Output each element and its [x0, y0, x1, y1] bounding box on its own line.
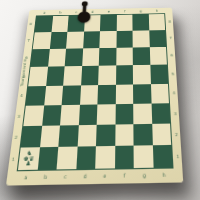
board-cell-g7[interactable]: [133, 31, 150, 48]
file-label: b: [35, 172, 56, 182]
table-background: abcdefgh abcdefgh 87654321 87654321 Tour…: [0, 0, 200, 200]
logo-glyph-row: ♟: [25, 161, 31, 166]
rank-label: 3: [172, 103, 179, 124]
board-cell-h7[interactable]: [149, 30, 166, 47]
board-cell-e7[interactable]: [99, 31, 116, 48]
file-label: a: [15, 173, 36, 183]
board-cell-c2[interactable]: [58, 125, 78, 147]
board-cell-h6[interactable]: [149, 47, 167, 65]
board-cell-g5[interactable]: [133, 65, 151, 84]
board-cell-f7[interactable]: [116, 31, 133, 48]
file-label: c: [55, 172, 75, 182]
board-cell-f8[interactable]: [116, 15, 132, 31]
board-cell-e6[interactable]: [99, 48, 116, 66]
board-cell-e4[interactable]: [97, 84, 115, 104]
rank-label: 6: [168, 47, 175, 65]
rank-label: 7: [167, 29, 174, 46]
board-cell-b4[interactable]: [44, 85, 63, 105]
board-cell-g3[interactable]: [133, 103, 152, 124]
board-cell-c6[interactable]: [65, 49, 83, 67]
board-cell-g1[interactable]: [134, 145, 154, 168]
maker-logo-icon: ♞♚♛♟: [18, 147, 40, 170]
file-label: h: [154, 170, 174, 180]
board-cell-g8[interactable]: [132, 14, 148, 30]
board-cell-c7[interactable]: [66, 32, 84, 49]
board-cell-c3[interactable]: [60, 104, 79, 125]
board-cell-e2[interactable]: [96, 124, 115, 146]
board-cell-b5[interactable]: [46, 67, 65, 86]
board-cell-e3[interactable]: [97, 104, 116, 125]
chess-mat-wrapper: abcdefgh abcdefgh 87654321 87654321 Tour…: [16, 0, 180, 179]
file-labels-bottom: abcdefgh: [15, 170, 174, 182]
board-cell-b1[interactable]: [37, 147, 58, 170]
board-cell-c5[interactable]: [63, 66, 82, 85]
file-label: g: [134, 171, 154, 181]
board-cell-b7[interactable]: [49, 32, 67, 49]
board-cell-f2[interactable]: [115, 124, 134, 146]
board-cell-d7[interactable]: [83, 31, 100, 48]
board-cell-h8[interactable]: [148, 14, 165, 30]
file-label: f: [115, 171, 135, 181]
board-cell-d3[interactable]: [78, 104, 97, 125]
board-cell-c4[interactable]: [62, 85, 81, 105]
file-label: e: [95, 171, 115, 181]
board-cell-h2[interactable]: [152, 123, 171, 145]
board-cell-a4[interactable]: [26, 86, 46, 106]
board-cell-h3[interactable]: [151, 103, 170, 124]
chess-mat: abcdefgh abcdefgh 87654321 87654321 Tour…: [6, 8, 183, 186]
file-label: d: [75, 172, 95, 182]
board-cell-f6[interactable]: [116, 48, 133, 66]
board-cell-b6[interactable]: [48, 49, 66, 67]
pawn-icon: [77, 0, 91, 25]
board-cell-a5[interactable]: [28, 67, 47, 86]
board-cell-d5[interactable]: [81, 66, 99, 85]
board-cell-d4[interactable]: [80, 85, 99, 105]
board-cell-g4[interactable]: [133, 84, 151, 104]
board-cell-h5[interactable]: [150, 65, 168, 84]
board-cell-d1[interactable]: [76, 146, 96, 169]
board-cell-f3[interactable]: [115, 103, 133, 124]
rank-label: 4: [170, 83, 177, 103]
rank-label: 1: [174, 145, 182, 168]
board-cell-h1[interactable]: [152, 145, 172, 168]
black-pawn[interactable]: [77, 0, 91, 25]
board-cell-g6[interactable]: [133, 47, 150, 65]
board-cell-e5[interactable]: [98, 66, 116, 85]
board-cell-g2[interactable]: [133, 124, 152, 146]
board-cell-a7[interactable]: [33, 32, 51, 49]
board-cell-a3[interactable]: [23, 105, 43, 126]
board-cell-f4[interactable]: [115, 84, 133, 104]
board-cell-a6[interactable]: [31, 49, 50, 67]
board-cell-h4[interactable]: [150, 83, 168, 103]
board-cell-a1[interactable]: ♞♚♛♟: [18, 147, 40, 170]
rank-label: 2: [173, 124, 181, 146]
board-cell-d2[interactable]: [77, 125, 97, 147]
board-cell-b2[interactable]: [40, 125, 61, 147]
board-cell-d6[interactable]: [82, 48, 100, 66]
board-cell-f5[interactable]: [116, 65, 133, 84]
board-cell-a2[interactable]: [21, 126, 42, 148]
board-cell-b8[interactable]: [51, 16, 69, 33]
board-cell-f1[interactable]: [114, 145, 133, 168]
board-cell-e8[interactable]: [100, 15, 117, 31]
rank-label: 8: [167, 13, 173, 29]
board-cell-b3[interactable]: [42, 105, 62, 126]
rank-label: 5: [169, 64, 176, 83]
board-cell-e1[interactable]: [95, 146, 115, 169]
board-cell-c1[interactable]: [57, 146, 78, 169]
board-grid: ♞♚♛♟: [17, 13, 174, 171]
board-cell-a8[interactable]: [35, 16, 53, 33]
